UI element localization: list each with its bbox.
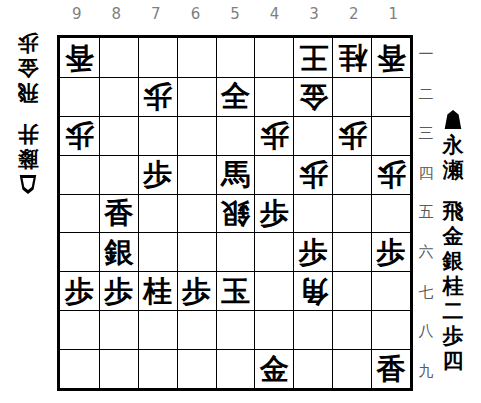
square-6-8[interactable] [177, 310, 216, 349]
file-label-6: 6 [176, 2, 216, 26]
gote-player-name: 藤井 [18, 121, 39, 171]
square-8-1[interactable] [99, 38, 138, 77]
square-2-9[interactable] [332, 349, 371, 388]
square-2-4[interactable] [332, 155, 371, 194]
file-labels: 987654321 [57, 2, 413, 26]
square-7-4[interactable]: 歩 [138, 155, 177, 194]
square-7-9[interactable] [138, 349, 177, 388]
square-5-7[interactable]: 玉 [216, 271, 255, 310]
gote-歩-piece: 歩 [260, 121, 289, 150]
gote-桂-piece: 桂 [338, 43, 367, 72]
square-8-5[interactable]: 香 [99, 194, 138, 233]
sente-桂-piece: 桂 [143, 277, 172, 306]
rank-label-5: 五 [416, 193, 436, 233]
rank-label-8: 八 [416, 312, 436, 352]
square-2-8[interactable] [332, 310, 371, 349]
square-8-2[interactable] [99, 77, 138, 116]
shogi-board: 香王桂香歩全金歩歩歩歩馬歩歩香銀歩銀歩歩歩歩桂歩玉角金香 [57, 35, 413, 391]
square-6-7[interactable]: 歩 [177, 271, 216, 310]
file-label-3: 3 [294, 2, 334, 26]
square-3-7[interactable]: 角 [293, 271, 332, 310]
square-1-8[interactable] [371, 310, 410, 349]
rank-label-6: 六 [416, 233, 436, 273]
square-2-5[interactable] [332, 194, 371, 233]
gote-香-piece: 香 [377, 43, 406, 72]
file-label-7: 7 [136, 2, 176, 26]
square-7-2[interactable]: 歩 [138, 77, 177, 116]
square-5-1[interactable] [216, 38, 255, 77]
sente-name-char-1: 瀬 [443, 158, 464, 183]
square-3-8[interactable] [293, 310, 332, 349]
sente-hand-char-3: 桂 [443, 274, 464, 299]
square-8-3[interactable] [99, 116, 138, 155]
square-6-2[interactable] [177, 77, 216, 116]
square-3-5[interactable] [293, 194, 332, 233]
square-5-6[interactable] [216, 232, 255, 271]
square-6-9[interactable] [177, 349, 216, 388]
square-3-6[interactable]: 歩 [293, 232, 332, 271]
square-7-8[interactable] [138, 310, 177, 349]
file-label-9: 9 [57, 2, 97, 26]
gote-hand-char-0: 飛 [18, 80, 39, 105]
file-label-5: 5 [215, 2, 255, 26]
square-6-5[interactable] [177, 194, 216, 233]
square-3-4[interactable]: 歩 [293, 155, 332, 194]
square-9-6[interactable] [60, 232, 99, 271]
square-9-4[interactable] [60, 155, 99, 194]
square-3-3[interactable] [293, 116, 332, 155]
file-label-4: 4 [255, 2, 295, 26]
square-3-9[interactable] [293, 349, 332, 388]
square-5-5[interactable]: 銀 [216, 194, 255, 233]
gote-hand-char-2: 歩 [18, 30, 39, 55]
square-1-4[interactable]: 歩 [371, 155, 410, 194]
sente-hand-pieces: 飛金銀桂二歩四 [443, 199, 464, 374]
sente-金-piece: 金 [260, 355, 289, 384]
gote-歩-piece: 歩 [65, 121, 94, 150]
square-2-2[interactable] [332, 77, 371, 116]
square-6-3[interactable] [177, 116, 216, 155]
sente-hand-char-2: 銀 [443, 249, 464, 274]
square-9-9[interactable] [60, 349, 99, 388]
square-5-2[interactable]: 全 [216, 77, 255, 116]
square-7-1[interactable] [138, 38, 177, 77]
sente-hand-char-4: 二 [443, 299, 464, 324]
square-9-1[interactable]: 香 [60, 38, 99, 77]
gote-mark-icon [19, 175, 37, 194]
shogi-diagram: 987654321 香王桂香歩全金歩歩歩歩馬歩歩香銀歩銀歩歩歩歩桂歩玉角金香 一… [0, 0, 481, 403]
square-4-6[interactable] [254, 232, 293, 271]
square-1-9[interactable]: 香 [371, 349, 410, 388]
gote-銀-piece: 銀 [221, 199, 250, 228]
gote-金-piece: 金 [299, 82, 328, 111]
file-label-1: 1 [373, 2, 413, 26]
sente-馬-piece: 馬 [221, 160, 250, 189]
square-9-5[interactable] [60, 194, 99, 233]
sente-hand-char-5: 歩 [443, 324, 464, 349]
gote-player-column: 藤井 飛金歩 [11, 30, 45, 196]
square-2-7[interactable] [332, 271, 371, 310]
square-6-6[interactable] [177, 232, 216, 271]
square-5-9[interactable] [216, 349, 255, 388]
gote-hand-pieces: 飛金歩 [18, 30, 39, 105]
square-9-3[interactable]: 歩 [60, 116, 99, 155]
sente-歩-piece: 歩 [182, 277, 211, 306]
square-5-8[interactable] [216, 310, 255, 349]
square-2-3[interactable]: 歩 [332, 116, 371, 155]
sente-player-column: 永瀬 飛金銀桂二歩四 [436, 108, 470, 374]
square-6-1[interactable] [177, 38, 216, 77]
square-8-4[interactable] [99, 155, 138, 194]
file-label-2: 2 [334, 2, 374, 26]
gote-王-piece: 王 [299, 43, 328, 72]
square-8-8[interactable] [99, 310, 138, 349]
square-1-6[interactable]: 歩 [371, 232, 410, 271]
square-7-5[interactable] [138, 194, 177, 233]
rank-label-2: 二 [416, 75, 436, 115]
square-6-4[interactable] [177, 155, 216, 194]
gote-角-piece: 角 [299, 277, 328, 306]
sente-銀-piece: 銀 [104, 238, 133, 267]
square-4-5[interactable]: 歩 [254, 194, 293, 233]
square-8-6[interactable]: 銀 [99, 232, 138, 271]
square-5-4[interactable]: 馬 [216, 155, 255, 194]
square-7-3[interactable] [138, 116, 177, 155]
gote-name-char-0: 藤 [18, 146, 39, 171]
sente-hand-char-6: 四 [443, 349, 464, 374]
sente-name-char-0: 永 [443, 133, 464, 158]
rank-label-1: 一 [416, 35, 436, 75]
gote-歩-piece: 歩 [143, 82, 172, 111]
sente-歩-piece: 歩 [299, 238, 328, 267]
sente-玉-piece: 玉 [221, 277, 250, 306]
gote-hand-char-1: 金 [18, 55, 39, 80]
rank-label-3: 三 [416, 114, 436, 154]
file-label-8: 8 [97, 2, 137, 26]
square-9-2[interactable] [60, 77, 99, 116]
square-3-1[interactable]: 王 [293, 38, 332, 77]
sente-香-piece: 香 [377, 355, 406, 384]
rank-label-9: 九 [416, 351, 436, 391]
square-4-2[interactable] [254, 77, 293, 116]
rank-label-4: 四 [416, 154, 436, 194]
rank-labels: 一二三四五六七八九 [416, 35, 436, 391]
sente-hand-char-0: 飛 [443, 199, 464, 224]
square-9-8[interactable] [60, 310, 99, 349]
square-4-7[interactable] [254, 271, 293, 310]
square-4-9[interactable]: 金 [254, 349, 293, 388]
sente-歩-piece: 歩 [65, 277, 94, 306]
sente-全-piece: 全 [221, 82, 250, 111]
rank-label-7: 七 [416, 272, 436, 312]
square-8-9[interactable] [99, 349, 138, 388]
gote-歩-piece: 歩 [377, 160, 406, 189]
sente-歩-piece: 歩 [143, 160, 172, 189]
square-8-7[interactable]: 歩 [99, 271, 138, 310]
square-4-3[interactable]: 歩 [254, 116, 293, 155]
sente-player-name: 永瀬 [443, 133, 464, 183]
square-4-4[interactable] [254, 155, 293, 194]
square-5-3[interactable] [216, 116, 255, 155]
square-1-7[interactable] [371, 271, 410, 310]
sente-歩-piece: 歩 [377, 238, 406, 267]
square-2-1[interactable]: 桂 [332, 38, 371, 77]
square-2-6[interactable] [332, 232, 371, 271]
square-7-7[interactable]: 桂 [138, 271, 177, 310]
gote-name-char-1: 井 [18, 121, 39, 146]
square-4-8[interactable] [254, 310, 293, 349]
gote-歩-piece: 歩 [338, 121, 367, 150]
gote-歩-piece: 歩 [299, 160, 328, 189]
square-1-3[interactable] [371, 116, 410, 155]
gote-香-piece: 香 [65, 43, 94, 72]
square-1-5[interactable] [371, 194, 410, 233]
square-4-1[interactable] [254, 38, 293, 77]
sente-歩-piece: 歩 [104, 277, 133, 306]
sente-香-piece: 香 [104, 199, 133, 228]
sente-歩-piece: 歩 [260, 199, 289, 228]
square-1-2[interactable] [371, 77, 410, 116]
square-1-1[interactable]: 香 [371, 38, 410, 77]
sente-mark-icon [444, 110, 462, 129]
square-7-6[interactable] [138, 232, 177, 271]
sente-hand-char-1: 金 [443, 224, 464, 249]
square-3-2[interactable]: 金 [293, 77, 332, 116]
square-9-7[interactable]: 歩 [60, 271, 99, 310]
